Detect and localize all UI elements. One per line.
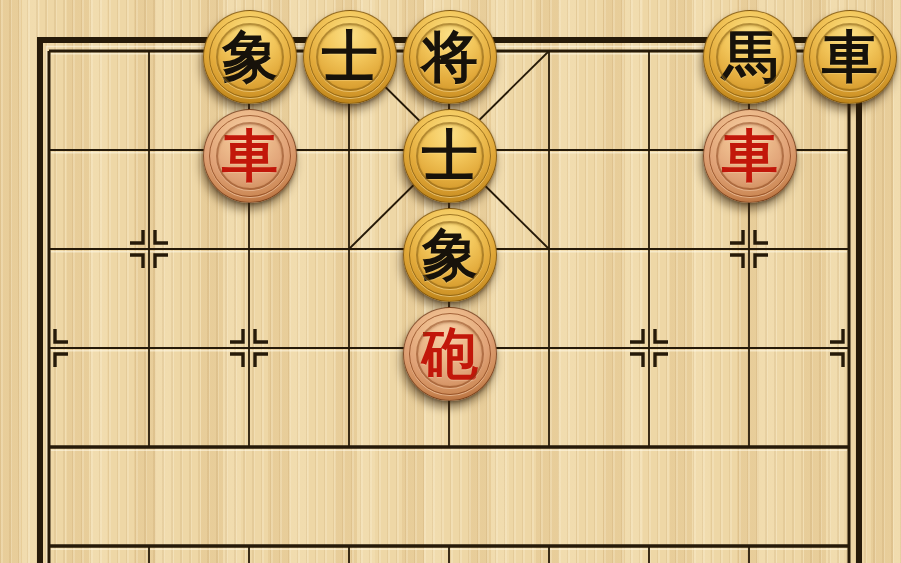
piece-glyph: 砲 [422,325,478,381]
piece-glyph: 車 [822,28,878,84]
piece-black-horse[interactable]: 馬 [703,10,797,104]
piece-glyph: 馬 [722,28,778,84]
xiangqi-board: 象士将馬車車士車象砲 [0,0,901,563]
piece-glyph: 象 [422,226,478,282]
piece-black-chariot[interactable]: 車 [803,10,897,104]
piece-red-chariot[interactable]: 車 [203,109,297,203]
piece-glyph: 車 [722,127,778,183]
piece-black-elephant[interactable]: 象 [203,10,297,104]
piece-black-advisor[interactable]: 士 [303,10,397,104]
piece-glyph: 士 [322,28,378,84]
piece-black-advisor[interactable]: 士 [403,109,497,203]
piece-red-chariot[interactable]: 車 [703,109,797,203]
pieces-layer: 象士将馬車車士車象砲 [0,0,901,563]
piece-glyph: 士 [422,127,478,183]
piece-red-cannon[interactable]: 砲 [403,307,497,401]
piece-glyph: 将 [422,28,478,84]
piece-glyph: 車 [222,127,278,183]
piece-black-elephant[interactable]: 象 [403,208,497,302]
piece-glyph: 象 [222,28,278,84]
piece-black-general[interactable]: 将 [403,10,497,104]
